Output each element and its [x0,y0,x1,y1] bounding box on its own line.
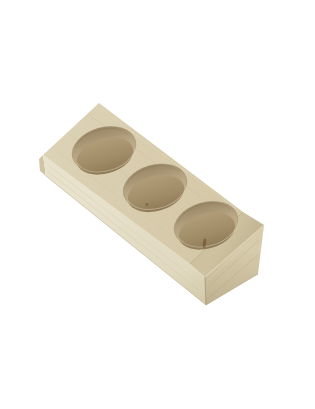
wooden-three-pit-board-photo [0,0,315,409]
product-photo-stage [0,0,315,409]
pit2-speck-mark [146,203,149,206]
